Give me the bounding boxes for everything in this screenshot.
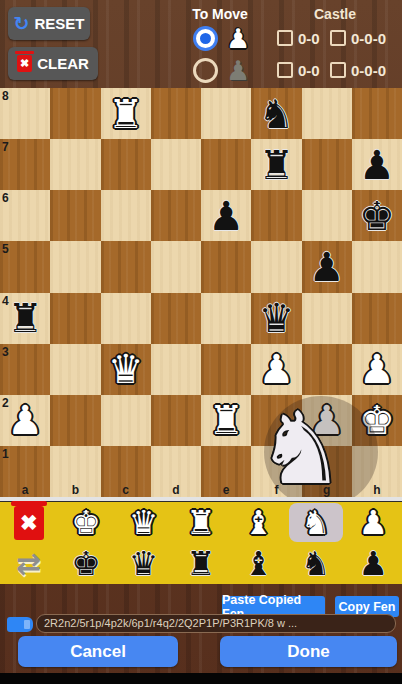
square-c5[interactable] (101, 241, 151, 292)
square-d6[interactable] (151, 190, 201, 241)
white-pawn-icon: ♟ (226, 25, 250, 52)
swap-arrows-icon: ⇄ (16, 549, 41, 579)
to-move-label: To Move (178, 6, 262, 22)
dragged-white-knight[interactable]: ♞ (240, 390, 362, 508)
palette-black-n[interactable]: ♞ (287, 543, 344, 584)
square-c1[interactable]: c (101, 446, 151, 497)
square-e3[interactable] (201, 344, 251, 395)
square-h8[interactable] (352, 88, 402, 139)
file-label-b: b (72, 484, 79, 496)
castle-black-queenside-checkbox[interactable] (330, 62, 346, 78)
palette-black-r[interactable]: ♜ (172, 543, 229, 584)
palette-white-k[interactable]: ♚ (57, 502, 114, 543)
castle-black-queenside-label: 0-0-0 (351, 62, 386, 79)
black-p-g5[interactable]: ♟ (309, 247, 345, 287)
square-a6[interactable]: 6 (0, 190, 50, 241)
square-f4[interactable]: ♛ (251, 293, 301, 344)
palette-white-r[interactable]: ♜ (172, 502, 229, 543)
square-c8[interactable]: ♜ (101, 88, 151, 139)
square-e4[interactable] (201, 293, 251, 344)
castle-label: Castle (295, 6, 375, 22)
black-r-f7[interactable]: ♜ (258, 145, 294, 185)
square-e5[interactable] (201, 241, 251, 292)
square-b4[interactable] (50, 293, 100, 344)
palette-white-p[interactable]: ♟ (345, 502, 402, 543)
rank-label-7: 7 (2, 141, 9, 153)
square-b2[interactable] (50, 395, 100, 446)
to-move-black-radio[interactable] (193, 58, 218, 83)
square-g6[interactable] (302, 190, 352, 241)
square-g5[interactable]: ♟ (302, 241, 352, 292)
square-e8[interactable] (201, 88, 251, 139)
black-p-icon: ♟ (358, 547, 388, 580)
white-q-c3[interactable]: ♛ (108, 349, 144, 389)
castle-white-kingside-checkbox[interactable] (277, 30, 293, 46)
square-d3[interactable] (151, 344, 201, 395)
square-f6[interactable] (251, 190, 301, 241)
rank-label-2: 2 (2, 397, 9, 409)
square-a1[interactable]: 1a (0, 446, 50, 497)
black-p-h7[interactable]: ♟ (359, 145, 395, 185)
fen-input[interactable]: 2R2n2/5r1p/4p2k/6p1/r4q2/2Q2P1P/P3R1PK/8… (36, 614, 396, 633)
square-g4[interactable] (302, 293, 352, 344)
black-k-icon: ♚ (71, 547, 101, 580)
square-c3[interactable]: ♛ (101, 344, 151, 395)
palette-black-q[interactable]: ♛ (115, 543, 172, 584)
castle-black-kingside-checkbox[interactable] (277, 62, 293, 78)
black-pawn-icon: ♟ (226, 57, 250, 84)
square-d7[interactable] (151, 139, 201, 190)
white-p-a2[interactable]: ♟ (7, 400, 43, 440)
reset-button[interactable]: ↻ RESET (8, 7, 90, 40)
trash-icon: ✖ (14, 506, 44, 540)
white-r-e2[interactable]: ♜ (208, 400, 244, 440)
square-f3[interactable]: ♟ (251, 344, 301, 395)
square-c4[interactable] (101, 293, 151, 344)
square-g8[interactable] (302, 88, 352, 139)
black-b-icon: ♝ (244, 547, 274, 580)
square-b1[interactable]: b (50, 446, 100, 497)
square-e7[interactable] (201, 139, 251, 190)
square-d5[interactable] (151, 241, 201, 292)
fen-clipboard-icon[interactable] (7, 617, 33, 632)
square-f7[interactable]: ♜ (251, 139, 301, 190)
square-f8[interactable]: ♞ (251, 88, 301, 139)
black-k-h6[interactable]: ♚ (359, 196, 395, 236)
palette-swap-colors-button[interactable]: ⇄ (0, 543, 57, 584)
square-d2[interactable] (151, 395, 201, 446)
rank-label-4: 4 (2, 295, 9, 307)
square-d1[interactable]: d (151, 446, 201, 497)
to-move-white-radio[interactable] (193, 26, 218, 51)
rank-label-3: 3 (2, 346, 9, 358)
white-r-c8[interactable]: ♜ (108, 94, 144, 134)
white-q-icon: ♛ (129, 506, 159, 539)
white-r-icon: ♜ (186, 506, 216, 539)
square-g7[interactable] (302, 139, 352, 190)
square-b3[interactable] (50, 344, 100, 395)
rank-label-8: 8 (2, 90, 9, 102)
square-b5[interactable] (50, 241, 100, 292)
file-label-c: c (122, 484, 129, 496)
square-a7[interactable]: 7 (0, 139, 50, 190)
white-n-icon: ♞ (301, 506, 331, 539)
black-q-f4[interactable]: ♛ (258, 298, 294, 338)
square-h7[interactable]: ♟ (352, 139, 402, 190)
square-d8[interactable] (151, 88, 201, 139)
palette-black-p[interactable]: ♟ (345, 543, 402, 584)
rank-label-1: 1 (2, 448, 9, 460)
square-a8[interactable]: 8 (0, 88, 50, 139)
palette-white-b[interactable]: ♝ (230, 502, 287, 543)
black-r-a4[interactable]: ♜ (7, 298, 43, 338)
palette-white-q[interactable]: ♛ (115, 502, 172, 543)
black-n-f8[interactable]: ♞ (258, 94, 294, 134)
square-g3[interactable] (302, 344, 352, 395)
white-p-f3[interactable]: ♟ (258, 349, 294, 389)
square-a3[interactable]: 3 (0, 344, 50, 395)
clear-button-label: CLEAR (37, 55, 89, 72)
bottom-strip (0, 673, 402, 684)
square-a5[interactable]: 5 (0, 241, 50, 292)
black-p-e6[interactable]: ♟ (208, 196, 244, 236)
file-label-a: a (22, 484, 29, 496)
done-button[interactable]: Done (220, 636, 397, 667)
white-p-h3[interactable]: ♟ (359, 349, 395, 389)
cancel-button[interactable]: Cancel (18, 636, 178, 667)
file-label-h: h (373, 484, 380, 496)
chess-board-editor: ↻ RESET ✖ CLEAR To Move ♟ ♟ Castle 0-0 0… (0, 0, 402, 684)
white-p-icon: ♟ (358, 506, 388, 539)
file-label-e: e (223, 484, 230, 496)
refresh-icon: ↻ (14, 14, 30, 33)
trash-icon: ✖ (17, 55, 32, 72)
castle-white-queenside-label: 0-0-0 (351, 30, 386, 47)
castle-white-kingside-label: 0-0 (298, 30, 320, 47)
file-label-d: d (172, 484, 179, 496)
square-c6[interactable] (101, 190, 151, 241)
white-b-icon: ♝ (244, 506, 274, 539)
square-d4[interactable] (151, 293, 201, 344)
piece-palette: ✖♚♛♜♝♞♟⇄♚♛♜♝♞♟ (0, 502, 402, 584)
square-h5[interactable] (352, 241, 402, 292)
square-c2[interactable] (101, 395, 151, 446)
square-h6[interactable]: ♚ (352, 190, 402, 241)
square-c7[interactable] (101, 139, 151, 190)
castle-white-queenside-checkbox[interactable] (330, 30, 346, 46)
castle-black-kingside-label: 0-0 (298, 62, 320, 79)
square-b6[interactable] (50, 190, 100, 241)
square-a4[interactable]: ♜4 (0, 293, 50, 344)
palette-black-b[interactable]: ♝ (230, 543, 287, 584)
square-b7[interactable] (50, 139, 100, 190)
black-r-icon: ♜ (186, 547, 216, 580)
rank-label-5: 5 (2, 243, 9, 255)
square-b8[interactable] (50, 88, 100, 139)
black-n-icon: ♞ (301, 547, 331, 580)
white-k-icon: ♚ (71, 506, 101, 539)
square-e6[interactable]: ♟ (201, 190, 251, 241)
square-h4[interactable] (352, 293, 402, 344)
palette-white-n[interactable]: ♞ (289, 503, 342, 542)
square-f5[interactable] (251, 241, 301, 292)
palette-delete-button[interactable]: ✖ (0, 502, 57, 543)
square-a2[interactable]: ♟2 (0, 395, 50, 446)
black-q-icon: ♛ (129, 547, 159, 580)
reset-button-label: RESET (34, 15, 84, 32)
square-h3[interactable]: ♟ (352, 344, 402, 395)
rank-label-6: 6 (2, 192, 9, 204)
clear-button[interactable]: ✖ CLEAR (8, 47, 98, 80)
palette-black-k[interactable]: ♚ (57, 543, 114, 584)
